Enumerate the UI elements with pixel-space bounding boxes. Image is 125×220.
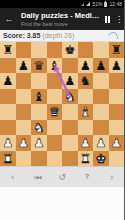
square-h6[interactable] [109, 73, 125, 89]
square-d8[interactable] [47, 42, 63, 58]
square-e7[interactable] [62, 58, 78, 74]
piece-black-knight: ♞ [78, 73, 94, 89]
square-h3[interactable] [109, 120, 125, 136]
square-h7[interactable]: ♟ [109, 58, 125, 74]
piece-white-rook: ♜ [78, 151, 94, 167]
piece-black-king: ♚ [62, 42, 78, 58]
square-e8[interactable]: ♚ [62, 42, 78, 58]
square-e6[interactable]: ♟ [62, 73, 78, 89]
battery-percent: 51% [92, 0, 102, 8]
square-e5[interactable]: ♞ [62, 89, 78, 105]
square-g3[interactable] [93, 120, 109, 136]
page-subtitle: Find the best move [21, 21, 100, 27]
piece-black-pawn: ♟ [78, 58, 94, 74]
score-label: Score: [3, 32, 25, 39]
empty-content-area [0, 187, 124, 220]
piece-black-rook: ♜ [0, 42, 16, 58]
chess-board: ♜♚♜♟♛♝♟♟♟♟♟♞♝♞♛♝♞♟♟♟♟♟♟♜♜♚ [0, 42, 124, 166]
piece-white-pawn: ♟ [93, 135, 109, 151]
square-f7[interactable]: ♟ [78, 58, 94, 74]
piece-white-king: ♚ [93, 151, 109, 167]
app-window: 51% 12:48 ← Daily puzzles - Medi… Find t… [0, 0, 124, 220]
square-d5[interactable] [47, 89, 63, 105]
piece-black-bishop: ♝ [31, 89, 47, 105]
square-d1[interactable] [47, 151, 63, 167]
piece-white-bishop: ♝ [78, 104, 94, 120]
square-c1[interactable] [31, 151, 47, 167]
hint-button[interactable]: ? [74, 167, 99, 187]
square-g4[interactable] [93, 104, 109, 120]
square-g5[interactable] [93, 89, 109, 105]
score-bar: Score: 3.85 (depth 26) [0, 30, 124, 42]
square-g6[interactable] [93, 73, 109, 89]
square-f4[interactable]: ♝ [78, 104, 94, 120]
piece-white-pawn: ♟ [16, 135, 32, 151]
square-c4[interactable] [31, 104, 47, 120]
piece-black-rook: ♜ [109, 42, 125, 58]
piece-black-bishop: ♝ [47, 58, 63, 74]
score-text: Score: 3.85 (depth 26) [3, 32, 74, 39]
square-b6[interactable] [16, 73, 32, 89]
piece-black-pawn: ♟ [62, 73, 78, 89]
square-a4[interactable] [0, 104, 16, 120]
battery-icon [104, 2, 107, 7]
square-e2[interactable] [62, 135, 78, 151]
square-g1[interactable]: ♚ [93, 151, 109, 167]
piece-black-pawn: ♟ [0, 73, 16, 89]
next-move-button[interactable]: › [99, 167, 124, 187]
square-c6[interactable] [31, 73, 47, 89]
square-b1[interactable] [16, 151, 32, 167]
status-bar: 51% 12:48 [0, 0, 124, 8]
prev-move-button[interactable]: ‹ [0, 167, 25, 187]
square-h5[interactable] [109, 89, 125, 105]
square-h2[interactable]: ♟ [109, 135, 125, 151]
square-b2[interactable]: ♟ [16, 135, 32, 151]
square-a1[interactable]: ♜ [0, 151, 16, 167]
square-b4[interactable] [16, 104, 32, 120]
square-d4[interactable]: ♛ [47, 104, 63, 120]
overflow-menu-button[interactable]: ⋮ [115, 15, 121, 24]
square-d7[interactable]: ♝ [47, 58, 63, 74]
page-title: Daily puzzles - Medi… [21, 11, 100, 20]
square-h4[interactable] [109, 104, 125, 120]
square-c8[interactable] [31, 42, 47, 58]
piece-white-rook: ♜ [0, 151, 16, 167]
piece-black-queen: ♛ [31, 58, 47, 74]
square-f1[interactable]: ♜ [78, 151, 94, 167]
square-e4[interactable] [62, 104, 78, 120]
square-h8[interactable]: ♜ [109, 42, 125, 58]
square-f3[interactable] [78, 120, 94, 136]
square-a7[interactable] [0, 58, 16, 74]
square-c2[interactable]: ♟ [31, 135, 47, 151]
app-bar: ← Daily puzzles - Medi… Find the best mo… [0, 8, 124, 30]
skip-to-start-button[interactable]: |◀◀ [25, 167, 50, 187]
square-f6[interactable]: ♞ [78, 73, 94, 89]
square-c3[interactable]: ♞ [31, 120, 47, 136]
square-g2[interactable]: ♟ [93, 135, 109, 151]
square-e3[interactable] [62, 120, 78, 136]
score-value: 3.85 [27, 32, 41, 39]
signal-icon [86, 2, 90, 6]
undo-button[interactable]: ↺ [50, 167, 75, 187]
piece-black-pawn: ♟ [16, 58, 32, 74]
square-e1[interactable] [62, 151, 78, 167]
piece-white-pawn: ♟ [0, 135, 16, 151]
piece-white-queen: ♛ [47, 104, 63, 120]
piece-white-knight: ♞ [31, 120, 47, 136]
square-b7[interactable]: ♟ [16, 58, 32, 74]
square-b5[interactable] [16, 89, 32, 105]
square-a2[interactable]: ♟ [0, 135, 16, 151]
square-a3[interactable] [0, 120, 16, 136]
square-b8[interactable] [16, 42, 32, 58]
piece-white-knight: ♞ [62, 89, 78, 105]
square-c5[interactable]: ♝ [31, 89, 47, 105]
square-g7[interactable]: ♟ [93, 58, 109, 74]
square-d6[interactable] [47, 73, 63, 89]
square-a5[interactable] [0, 89, 16, 105]
move-toolbar: ‹|◀◀↺?› [0, 166, 124, 187]
piece-white-pawn: ♟ [78, 135, 94, 151]
square-d2[interactable] [47, 135, 63, 151]
network-icon [81, 3, 84, 6]
pause-button[interactable] [103, 16, 113, 23]
piece-black-pawn: ♟ [93, 58, 109, 74]
back-button[interactable]: ← [3, 8, 15, 30]
square-g8[interactable] [93, 42, 109, 58]
depth-label: (depth 26) [42, 32, 74, 39]
square-c7[interactable]: ♛ [31, 58, 47, 74]
app-bar-titles: Daily puzzles - Medi… Find the best move [18, 11, 100, 27]
piece-white-pawn: ♟ [109, 135, 125, 151]
square-b3[interactable] [16, 120, 32, 136]
square-a8[interactable]: ♜ [0, 42, 16, 58]
square-f8[interactable] [78, 42, 94, 58]
square-a6[interactable]: ♟ [0, 73, 16, 89]
square-h1[interactable] [109, 151, 125, 167]
square-d3[interactable] [47, 120, 63, 136]
piece-white-pawn: ♟ [31, 135, 47, 151]
square-f5[interactable] [78, 89, 94, 105]
square-f2[interactable]: ♟ [78, 135, 94, 151]
piece-black-pawn: ♟ [109, 58, 125, 74]
clock: 12:48 [109, 0, 122, 8]
